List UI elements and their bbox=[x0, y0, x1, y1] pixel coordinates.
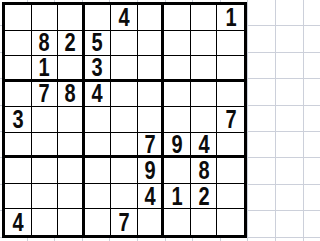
cell-r9c6[interactable] bbox=[138, 209, 165, 235]
cell-r2c1[interactable] bbox=[5, 31, 32, 57]
cell-r5c3[interactable] bbox=[58, 107, 85, 133]
cell-r8c2[interactable] bbox=[32, 184, 59, 210]
cell-r4c4[interactable]: 4 bbox=[85, 82, 112, 108]
cell-r4c7[interactable] bbox=[164, 82, 191, 108]
cell-r5c8[interactable] bbox=[191, 107, 218, 133]
cell-r9c2[interactable] bbox=[32, 209, 59, 235]
cell-r7c2[interactable] bbox=[32, 158, 59, 184]
cell-r2c4[interactable]: 5 bbox=[85, 31, 112, 57]
cell-r3c1[interactable] bbox=[5, 56, 32, 82]
cell-digit: 5 bbox=[92, 31, 103, 56]
cell-r5c1[interactable]: 3 bbox=[5, 107, 32, 133]
cell-r1c8[interactable] bbox=[191, 5, 218, 31]
cell-r1c7[interactable] bbox=[164, 5, 191, 31]
cell-r8c1[interactable] bbox=[5, 184, 32, 210]
cell-r9c5[interactable]: 7 bbox=[111, 209, 138, 235]
sudoku-page: { "game": "sudoku", "grid_size": "9x9", … bbox=[0, 0, 250, 241]
cell-r2c5[interactable] bbox=[111, 31, 138, 57]
cell-r4c8[interactable] bbox=[191, 82, 218, 108]
cell-r2c3[interactable]: 2 bbox=[58, 31, 85, 57]
cell-r4c1[interactable] bbox=[5, 82, 32, 108]
cell-r3c3[interactable] bbox=[58, 56, 85, 82]
cell-r9c9[interactable] bbox=[217, 209, 244, 235]
cell-r2c6[interactable] bbox=[138, 31, 165, 57]
cell-digit: 3 bbox=[12, 107, 23, 132]
cell-digit: 9 bbox=[144, 158, 155, 183]
sudoku-board: 4182513784377949841247 bbox=[2, 2, 247, 238]
cell-r3c2[interactable]: 1 bbox=[32, 56, 59, 82]
cell-r3c8[interactable] bbox=[191, 56, 218, 82]
cell-r6c2[interactable] bbox=[32, 133, 59, 159]
cell-digit: 2 bbox=[198, 184, 209, 209]
cell-r9c3[interactable] bbox=[58, 209, 85, 235]
cell-r6c1[interactable] bbox=[5, 133, 32, 159]
cell-digit: 7 bbox=[144, 133, 155, 157]
cell-r1c4[interactable] bbox=[85, 5, 112, 31]
cell-r5c4[interactable] bbox=[85, 107, 112, 133]
cell-r2c8[interactable] bbox=[191, 31, 218, 57]
cell-r8c8[interactable]: 2 bbox=[191, 184, 218, 210]
cell-r4c5[interactable] bbox=[111, 82, 138, 108]
cell-r1c1[interactable] bbox=[5, 5, 32, 31]
cell-digit: 7 bbox=[118, 210, 129, 235]
cell-r6c7[interactable]: 9 bbox=[164, 133, 191, 159]
cell-r7c5[interactable] bbox=[111, 158, 138, 184]
cell-r7c1[interactable] bbox=[5, 158, 32, 184]
cell-digit: 4 bbox=[92, 82, 103, 107]
cell-r3c5[interactable] bbox=[111, 56, 138, 82]
cell-r6c4[interactable] bbox=[85, 133, 112, 159]
cell-r3c6[interactable] bbox=[138, 56, 165, 82]
cell-r3c7[interactable] bbox=[164, 56, 191, 82]
cell-digit: 4 bbox=[118, 5, 129, 30]
cell-r7c8[interactable]: 8 bbox=[191, 158, 218, 184]
cell-digit: 4 bbox=[144, 184, 155, 209]
cell-digit: 1 bbox=[225, 5, 236, 30]
cell-r9c8[interactable] bbox=[191, 209, 218, 235]
cell-digit: 9 bbox=[172, 133, 183, 157]
cell-r6c3[interactable] bbox=[58, 133, 85, 159]
cell-r7c9[interactable] bbox=[217, 158, 244, 184]
cell-r1c5[interactable]: 4 bbox=[111, 5, 138, 31]
cell-digit: 1 bbox=[39, 56, 50, 80]
cell-digit: 8 bbox=[198, 158, 209, 183]
cell-r4c6[interactable] bbox=[138, 82, 165, 108]
cell-r8c7[interactable]: 1 bbox=[164, 184, 191, 210]
cell-digit: 3 bbox=[92, 56, 103, 80]
cell-r8c9[interactable] bbox=[217, 184, 244, 210]
cell-r4c9[interactable] bbox=[217, 82, 244, 108]
cell-r8c3[interactable] bbox=[58, 184, 85, 210]
cell-digit: 4 bbox=[12, 210, 23, 235]
cell-r2c9[interactable] bbox=[217, 31, 244, 57]
cell-r7c4[interactable] bbox=[85, 158, 112, 184]
cell-digit: 1 bbox=[172, 184, 183, 209]
cell-r5c5[interactable] bbox=[111, 107, 138, 133]
cell-r5c9[interactable]: 7 bbox=[217, 107, 244, 133]
cell-r9c1[interactable]: 4 bbox=[5, 209, 32, 235]
cell-digit: 4 bbox=[198, 133, 209, 157]
cell-r7c3[interactable] bbox=[58, 158, 85, 184]
cell-r6c9[interactable] bbox=[217, 133, 244, 159]
cell-r1c6[interactable] bbox=[138, 5, 165, 31]
cell-r9c4[interactable] bbox=[85, 209, 112, 235]
cell-r2c2[interactable]: 8 bbox=[32, 31, 59, 57]
cell-r9c7[interactable] bbox=[164, 209, 191, 235]
cell-r5c7[interactable] bbox=[164, 107, 191, 133]
cell-digit: 2 bbox=[64, 31, 75, 56]
cell-r8c6[interactable]: 4 bbox=[138, 184, 165, 210]
cell-r1c3[interactable] bbox=[58, 5, 85, 31]
cell-r2c7[interactable] bbox=[164, 31, 191, 57]
cell-r4c2[interactable]: 7 bbox=[32, 82, 59, 108]
cell-r1c2[interactable] bbox=[32, 5, 59, 31]
cell-digit: 8 bbox=[64, 82, 75, 107]
cell-r6c5[interactable] bbox=[111, 133, 138, 159]
cell-r4c3[interactable]: 8 bbox=[58, 82, 85, 108]
cell-r6c6[interactable]: 7 bbox=[138, 133, 165, 159]
cell-r7c6[interactable]: 9 bbox=[138, 158, 165, 184]
cell-r6c8[interactable]: 4 bbox=[191, 133, 218, 159]
cell-r1c9[interactable]: 1 bbox=[217, 5, 244, 31]
cell-r8c5[interactable] bbox=[111, 184, 138, 210]
cell-r3c9[interactable] bbox=[217, 56, 244, 82]
cell-digit: 8 bbox=[39, 31, 50, 56]
cell-r5c6[interactable] bbox=[138, 107, 165, 133]
cell-digit: 7 bbox=[39, 82, 50, 107]
cell-r3c4[interactable]: 3 bbox=[85, 56, 112, 82]
cell-r8c4[interactable] bbox=[85, 184, 112, 210]
cell-r5c2[interactable] bbox=[32, 107, 59, 133]
cell-digit: 7 bbox=[225, 107, 236, 132]
cell-r7c7[interactable] bbox=[164, 158, 191, 184]
